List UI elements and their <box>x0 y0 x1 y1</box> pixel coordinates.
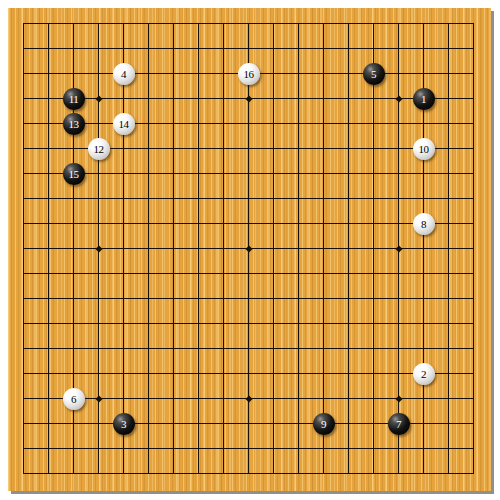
stone-number: 11 <box>69 88 79 110</box>
stone-black-5: 5 <box>363 63 385 85</box>
stone-black-3: 3 <box>113 413 135 435</box>
stone-number: 14 <box>119 113 129 135</box>
stone-black-15: 15 <box>63 163 85 185</box>
stone-number: 3 <box>121 413 126 435</box>
stone-white-16: 16 <box>238 63 260 85</box>
stone-black-9: 9 <box>313 413 335 435</box>
stone-number: 9 <box>321 413 326 435</box>
stone-black-13: 13 <box>63 113 85 135</box>
star-point <box>395 245 402 252</box>
stone-number: 8 <box>421 213 426 235</box>
stone-number: 1 <box>421 88 426 110</box>
stone-white-6: 6 <box>63 388 85 410</box>
star-point <box>245 245 252 252</box>
stone-black-1: 1 <box>413 88 435 110</box>
star-point <box>245 395 252 402</box>
stone-white-2: 2 <box>413 363 435 385</box>
star-point <box>395 395 402 402</box>
stone-black-7: 7 <box>388 413 410 435</box>
stone-number: 2 <box>421 363 426 385</box>
stone-number: 5 <box>371 63 376 85</box>
stone-white-4: 4 <box>113 63 135 85</box>
stone-number: 15 <box>69 163 79 185</box>
stone-number: 4 <box>121 63 126 85</box>
stone-number: 6 <box>71 388 76 410</box>
star-point <box>245 95 252 102</box>
stone-white-12: 12 <box>88 138 110 160</box>
stone-black-11: 11 <box>63 88 85 110</box>
star-point <box>95 395 102 402</box>
stone-number: 13 <box>69 113 79 135</box>
stone-white-8: 8 <box>413 213 435 235</box>
stone-number: 16 <box>244 63 254 85</box>
stone-white-10: 10 <box>413 138 435 160</box>
star-point <box>95 95 102 102</box>
stone-number: 12 <box>94 138 104 160</box>
star-point <box>395 95 402 102</box>
page: 12345678910111213141516 <box>0 0 500 500</box>
stone-number: 10 <box>419 138 429 160</box>
stone-white-14: 14 <box>113 113 135 135</box>
stone-number: 7 <box>396 413 401 435</box>
board-grid[interactable]: 12345678910111213141516 <box>23 23 474 474</box>
star-point <box>95 245 102 252</box>
go-board[interactable]: 12345678910111213141516 <box>8 8 491 491</box>
